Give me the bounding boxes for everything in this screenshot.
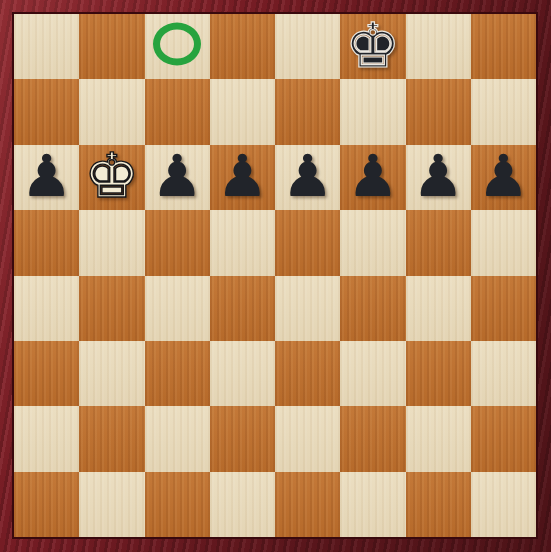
square-g5[interactable]	[406, 210, 471, 275]
square-f8[interactable]: ♚	[340, 14, 405, 79]
black-pawn: ♟	[21, 147, 73, 205]
square-c3[interactable]	[145, 341, 210, 406]
square-h2[interactable]	[471, 406, 536, 471]
square-b2[interactable]	[79, 406, 144, 471]
chess-app: ♚♟♚♟♟♟♟♟♟	[0, 0, 551, 552]
square-b3[interactable]	[79, 341, 144, 406]
square-c2[interactable]	[145, 406, 210, 471]
square-e1[interactable]	[275, 472, 340, 537]
square-a7[interactable]	[14, 79, 79, 144]
square-f4[interactable]	[340, 276, 405, 341]
square-g2[interactable]	[406, 406, 471, 471]
square-f1[interactable]	[340, 472, 405, 537]
square-b8[interactable]	[79, 14, 144, 79]
square-a1[interactable]	[14, 472, 79, 537]
square-e5[interactable]	[275, 210, 340, 275]
square-h6[interactable]: ♟	[471, 145, 536, 210]
board-frame: ♚♟♚♟♟♟♟♟♟	[0, 0, 551, 552]
black-pawn: ♟	[347, 147, 399, 205]
square-d6[interactable]: ♟	[210, 145, 275, 210]
black-pawn: ♟	[282, 147, 334, 205]
black-pawn: ♟	[412, 147, 464, 205]
square-f5[interactable]	[340, 210, 405, 275]
square-d5[interactable]	[210, 210, 275, 275]
square-d3[interactable]	[210, 341, 275, 406]
square-a8[interactable]	[14, 14, 79, 79]
chess-board: ♚♟♚♟♟♟♟♟♟	[14, 14, 536, 537]
square-h1[interactable]	[471, 472, 536, 537]
square-f2[interactable]	[340, 406, 405, 471]
square-c1[interactable]	[145, 472, 210, 537]
square-b6[interactable]: ♚	[79, 145, 144, 210]
square-b1[interactable]	[79, 472, 144, 537]
square-b5[interactable]	[79, 210, 144, 275]
square-b7[interactable]	[79, 79, 144, 144]
square-c4[interactable]	[145, 276, 210, 341]
square-a5[interactable]	[14, 210, 79, 275]
square-h5[interactable]	[471, 210, 536, 275]
square-g7[interactable]	[406, 79, 471, 144]
square-e2[interactable]	[275, 406, 340, 471]
square-c5[interactable]	[145, 210, 210, 275]
square-a2[interactable]	[14, 406, 79, 471]
square-d4[interactable]	[210, 276, 275, 341]
square-e6[interactable]: ♟	[275, 145, 340, 210]
square-g8[interactable]	[406, 14, 471, 79]
square-d8[interactable]	[210, 14, 275, 79]
square-a3[interactable]	[14, 341, 79, 406]
square-g6[interactable]: ♟	[406, 145, 471, 210]
black-king: ♚	[345, 15, 401, 77]
black-pawn: ♟	[216, 147, 268, 205]
square-e8[interactable]	[275, 14, 340, 79]
square-c7[interactable]	[145, 79, 210, 144]
square-b4[interactable]	[79, 276, 144, 341]
white-king: ♚	[84, 145, 140, 207]
square-g1[interactable]	[406, 472, 471, 537]
square-h4[interactable]	[471, 276, 536, 341]
square-f7[interactable]	[340, 79, 405, 144]
square-h7[interactable]	[471, 79, 536, 144]
square-g3[interactable]	[406, 341, 471, 406]
square-h3[interactable]	[471, 341, 536, 406]
square-c8[interactable]	[145, 14, 210, 79]
square-a4[interactable]	[14, 276, 79, 341]
square-d1[interactable]	[210, 472, 275, 537]
square-d2[interactable]	[210, 406, 275, 471]
black-pawn: ♟	[151, 147, 203, 205]
square-d7[interactable]	[210, 79, 275, 144]
black-pawn: ♟	[477, 147, 529, 205]
square-c6[interactable]: ♟	[145, 145, 210, 210]
square-a6[interactable]: ♟	[14, 145, 79, 210]
highlight-circle-c8	[153, 23, 201, 66]
square-g4[interactable]	[406, 276, 471, 341]
square-f6[interactable]: ♟	[340, 145, 405, 210]
square-h8[interactable]	[471, 14, 536, 79]
square-e7[interactable]	[275, 79, 340, 144]
square-e3[interactable]	[275, 341, 340, 406]
square-f3[interactable]	[340, 341, 405, 406]
square-e4[interactable]	[275, 276, 340, 341]
